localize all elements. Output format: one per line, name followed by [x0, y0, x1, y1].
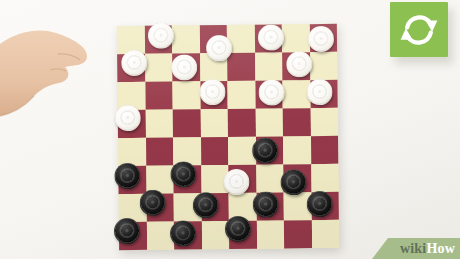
- board-cell-r1c4: [227, 53, 255, 81]
- watermark-wiki-text: wiki: [400, 241, 426, 256]
- board-cell-r3c4: [228, 109, 256, 137]
- checker-white[interactable]: [223, 169, 249, 195]
- board-cell-r2c1: [145, 82, 173, 110]
- board-cell-r3c5: [255, 108, 283, 136]
- board-cell-r0c2: [172, 25, 200, 53]
- checker-black[interactable]: [280, 169, 306, 195]
- board-cell-r3c7: [310, 108, 338, 136]
- board-cell-r3c3: [200, 109, 228, 137]
- board-cell-r4c0: [118, 138, 146, 166]
- checker-black[interactable]: [114, 218, 140, 244]
- board-cell-r4c1: [146, 138, 174, 166]
- hand: [0, 20, 96, 124]
- board-cell-r0c6: [282, 24, 310, 52]
- photo-scene: wikiHow: [0, 0, 460, 259]
- board-cell-r2c4: [227, 81, 255, 109]
- checker-black[interactable]: [225, 216, 251, 242]
- board-cell-r1c1: [145, 54, 173, 82]
- board-cell-r4c3: [201, 137, 229, 165]
- checker-white[interactable]: [121, 50, 147, 76]
- board-cell-r2c2: [172, 81, 200, 109]
- board-cell-r3c2: [173, 109, 201, 137]
- board-cell-r4c7: [310, 136, 338, 164]
- board-cell-r5c7: [311, 164, 339, 192]
- board-cell-r3c6: [283, 108, 311, 136]
- board-cell-r7c6: [284, 220, 312, 248]
- refresh-icon-button[interactable]: [390, 2, 448, 57]
- board-cell-r7c5: [256, 220, 284, 248]
- refresh-icon: [398, 9, 440, 51]
- checker-white[interactable]: [171, 54, 197, 80]
- board-cell-r1c7: [310, 52, 338, 80]
- board-cell-r5c5: [256, 164, 284, 192]
- checker-white[interactable]: [114, 105, 140, 131]
- watermark-how-text: How: [426, 241, 455, 256]
- board-cell-r1c5: [255, 52, 283, 80]
- board-cell-r7c7: [311, 220, 339, 248]
- checker-white[interactable]: [286, 51, 312, 77]
- board: [117, 24, 339, 250]
- checker-black[interactable]: [170, 220, 196, 246]
- checker-black[interactable]: [114, 163, 140, 189]
- checker-black[interactable]: [170, 161, 196, 187]
- board-cell-r4c6: [283, 136, 311, 164]
- board-cell-r3c1: [145, 110, 173, 138]
- wikihow-watermark: wikiHow: [372, 238, 460, 259]
